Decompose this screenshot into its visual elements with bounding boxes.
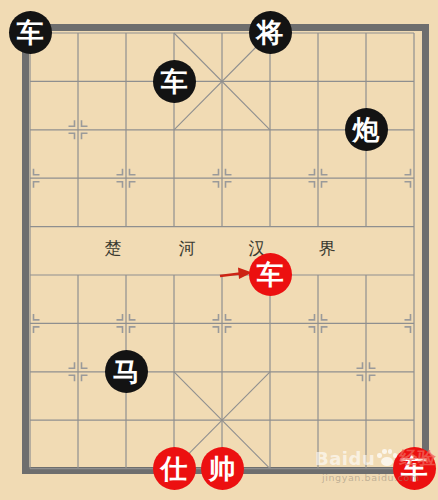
piece-black-cannon[interactable]: 炮 (345, 108, 388, 151)
piece-black-general[interactable]: 将 (249, 11, 292, 54)
piece-red-chariot[interactable]: 车 (249, 253, 292, 296)
xiangqi-diagram: 楚 河 汉 界 车将车炮车马仕帅车 Baidu 经验 jingyan.baidu… (0, 0, 438, 500)
piece-red-general[interactable]: 帅 (201, 447, 244, 490)
pieces-grid: 车将车炮车马仕帅车 (6, 9, 438, 493)
piece-red-chariot[interactable]: 车 (393, 447, 436, 490)
piece-black-horse[interactable]: 马 (105, 350, 148, 393)
piece-black-chariot[interactable]: 车 (9, 11, 52, 54)
piece-black-chariot[interactable]: 车 (153, 60, 196, 103)
piece-red-advisor[interactable]: 仕 (153, 447, 196, 490)
